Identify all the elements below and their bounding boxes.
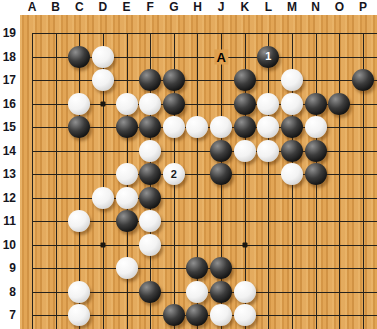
column-label-A: A <box>20 0 44 15</box>
move-number-label: 2 <box>171 169 177 180</box>
grid-line-col-B <box>56 33 57 329</box>
stone-M17[interactable] <box>281 69 303 91</box>
star-point-K10 <box>242 242 247 247</box>
row-label-15: 15 <box>0 120 16 134</box>
stone-E16[interactable] <box>116 93 138 115</box>
stone-C8[interactable] <box>68 281 90 303</box>
stone-F15[interactable] <box>139 116 161 138</box>
row-label-10: 10 <box>0 238 16 252</box>
stone-G13[interactable]: 2 <box>163 163 185 185</box>
stone-C15[interactable] <box>68 116 90 138</box>
grid-line-row-10 <box>32 245 377 246</box>
stone-F16[interactable] <box>139 93 161 115</box>
go-board[interactable]: 12A <box>20 15 377 329</box>
stone-F12[interactable] <box>139 187 161 209</box>
stone-F17[interactable] <box>139 69 161 91</box>
stone-J8[interactable] <box>210 281 232 303</box>
stone-E15[interactable] <box>116 116 138 138</box>
stone-C7[interactable] <box>68 304 90 326</box>
column-label-B: B <box>44 0 68 15</box>
row-label-19: 19 <box>0 26 16 40</box>
grid-line-col-A <box>32 33 33 329</box>
stone-H7[interactable] <box>186 304 208 326</box>
stone-F13[interactable] <box>139 163 161 185</box>
stone-H8[interactable] <box>186 281 208 303</box>
move-number-label: 1 <box>265 51 271 62</box>
star-point-D16 <box>100 101 105 106</box>
stone-M14[interactable] <box>281 140 303 162</box>
stone-F14[interactable] <box>139 140 161 162</box>
stone-C16[interactable] <box>68 93 90 115</box>
grid-line-col-L <box>268 33 269 329</box>
stone-D18[interactable] <box>92 46 114 68</box>
stone-M15[interactable] <box>281 116 303 138</box>
stone-N13[interactable] <box>305 163 327 185</box>
column-label-L: L <box>256 0 280 15</box>
stone-M13[interactable] <box>281 163 303 185</box>
stone-E12[interactable] <box>116 187 138 209</box>
row-label-13: 13 <box>0 167 16 181</box>
row-label-11: 11 <box>0 214 16 228</box>
stone-C11[interactable] <box>68 210 90 232</box>
stone-N16[interactable] <box>305 93 327 115</box>
stone-E11[interactable] <box>116 210 138 232</box>
stone-F10[interactable] <box>139 234 161 256</box>
stone-J13[interactable] <box>210 163 232 185</box>
row-label-14: 14 <box>0 144 16 158</box>
go-app-window: ABCDEFGHJKLMNOP 19181716151413121110987 … <box>0 0 377 329</box>
grid-line-col-O <box>339 33 340 329</box>
row-label-16: 16 <box>0 97 16 111</box>
stone-J9[interactable] <box>210 257 232 279</box>
row-label-17: 17 <box>0 73 16 87</box>
stone-D17[interactable] <box>92 69 114 91</box>
stone-P17[interactable] <box>352 69 374 91</box>
annotation-J18: A <box>214 49 227 64</box>
stone-L18[interactable]: 1 <box>257 46 279 68</box>
stone-G16[interactable] <box>163 93 185 115</box>
stone-J15[interactable] <box>210 116 232 138</box>
stone-L14[interactable] <box>257 140 279 162</box>
stone-J7[interactable] <box>210 304 232 326</box>
stone-D12[interactable] <box>92 187 114 209</box>
stone-N15[interactable] <box>305 116 327 138</box>
column-label-G: G <box>162 0 186 15</box>
stone-K16[interactable] <box>234 93 256 115</box>
column-label-E: E <box>115 0 139 15</box>
stone-C18[interactable] <box>68 46 90 68</box>
row-label-8: 8 <box>0 285 16 299</box>
stone-F11[interactable] <box>139 210 161 232</box>
grid-line-row-19 <box>32 33 377 34</box>
star-point-D10 <box>100 242 105 247</box>
stone-J14[interactable] <box>210 140 232 162</box>
stone-G15[interactable] <box>163 116 185 138</box>
column-label-H: H <box>185 0 209 15</box>
column-label-P: P <box>351 0 375 15</box>
column-label-F: F <box>138 0 162 15</box>
stone-N14[interactable] <box>305 140 327 162</box>
row-label-9: 9 <box>0 261 16 275</box>
grid-line-row-17 <box>32 80 377 81</box>
stone-K7[interactable] <box>234 304 256 326</box>
stone-G7[interactable] <box>163 304 185 326</box>
stone-E9[interactable] <box>116 257 138 279</box>
stone-L16[interactable] <box>257 93 279 115</box>
stone-K8[interactable] <box>234 281 256 303</box>
row-label-18: 18 <box>0 50 16 64</box>
grid-line-row-12 <box>32 198 377 199</box>
column-label-O: O <box>327 0 351 15</box>
stone-H15[interactable] <box>186 116 208 138</box>
stone-O16[interactable] <box>328 93 350 115</box>
column-label-M: M <box>280 0 304 15</box>
stone-K17[interactable] <box>234 69 256 91</box>
stone-K14[interactable] <box>234 140 256 162</box>
column-label-D: D <box>91 0 115 15</box>
row-label-12: 12 <box>0 191 16 205</box>
stone-G17[interactable] <box>163 69 185 91</box>
stone-E13[interactable] <box>116 163 138 185</box>
stone-K15[interactable] <box>234 116 256 138</box>
column-label-C: C <box>67 0 91 15</box>
column-label-J: J <box>209 0 233 15</box>
stone-M16[interactable] <box>281 93 303 115</box>
row-label-7: 7 <box>0 308 16 322</box>
stone-H9[interactable] <box>186 257 208 279</box>
column-label-K: K <box>233 0 257 15</box>
stone-F8[interactable] <box>139 281 161 303</box>
column-label-N: N <box>304 0 328 15</box>
stone-L15[interactable] <box>257 116 279 138</box>
